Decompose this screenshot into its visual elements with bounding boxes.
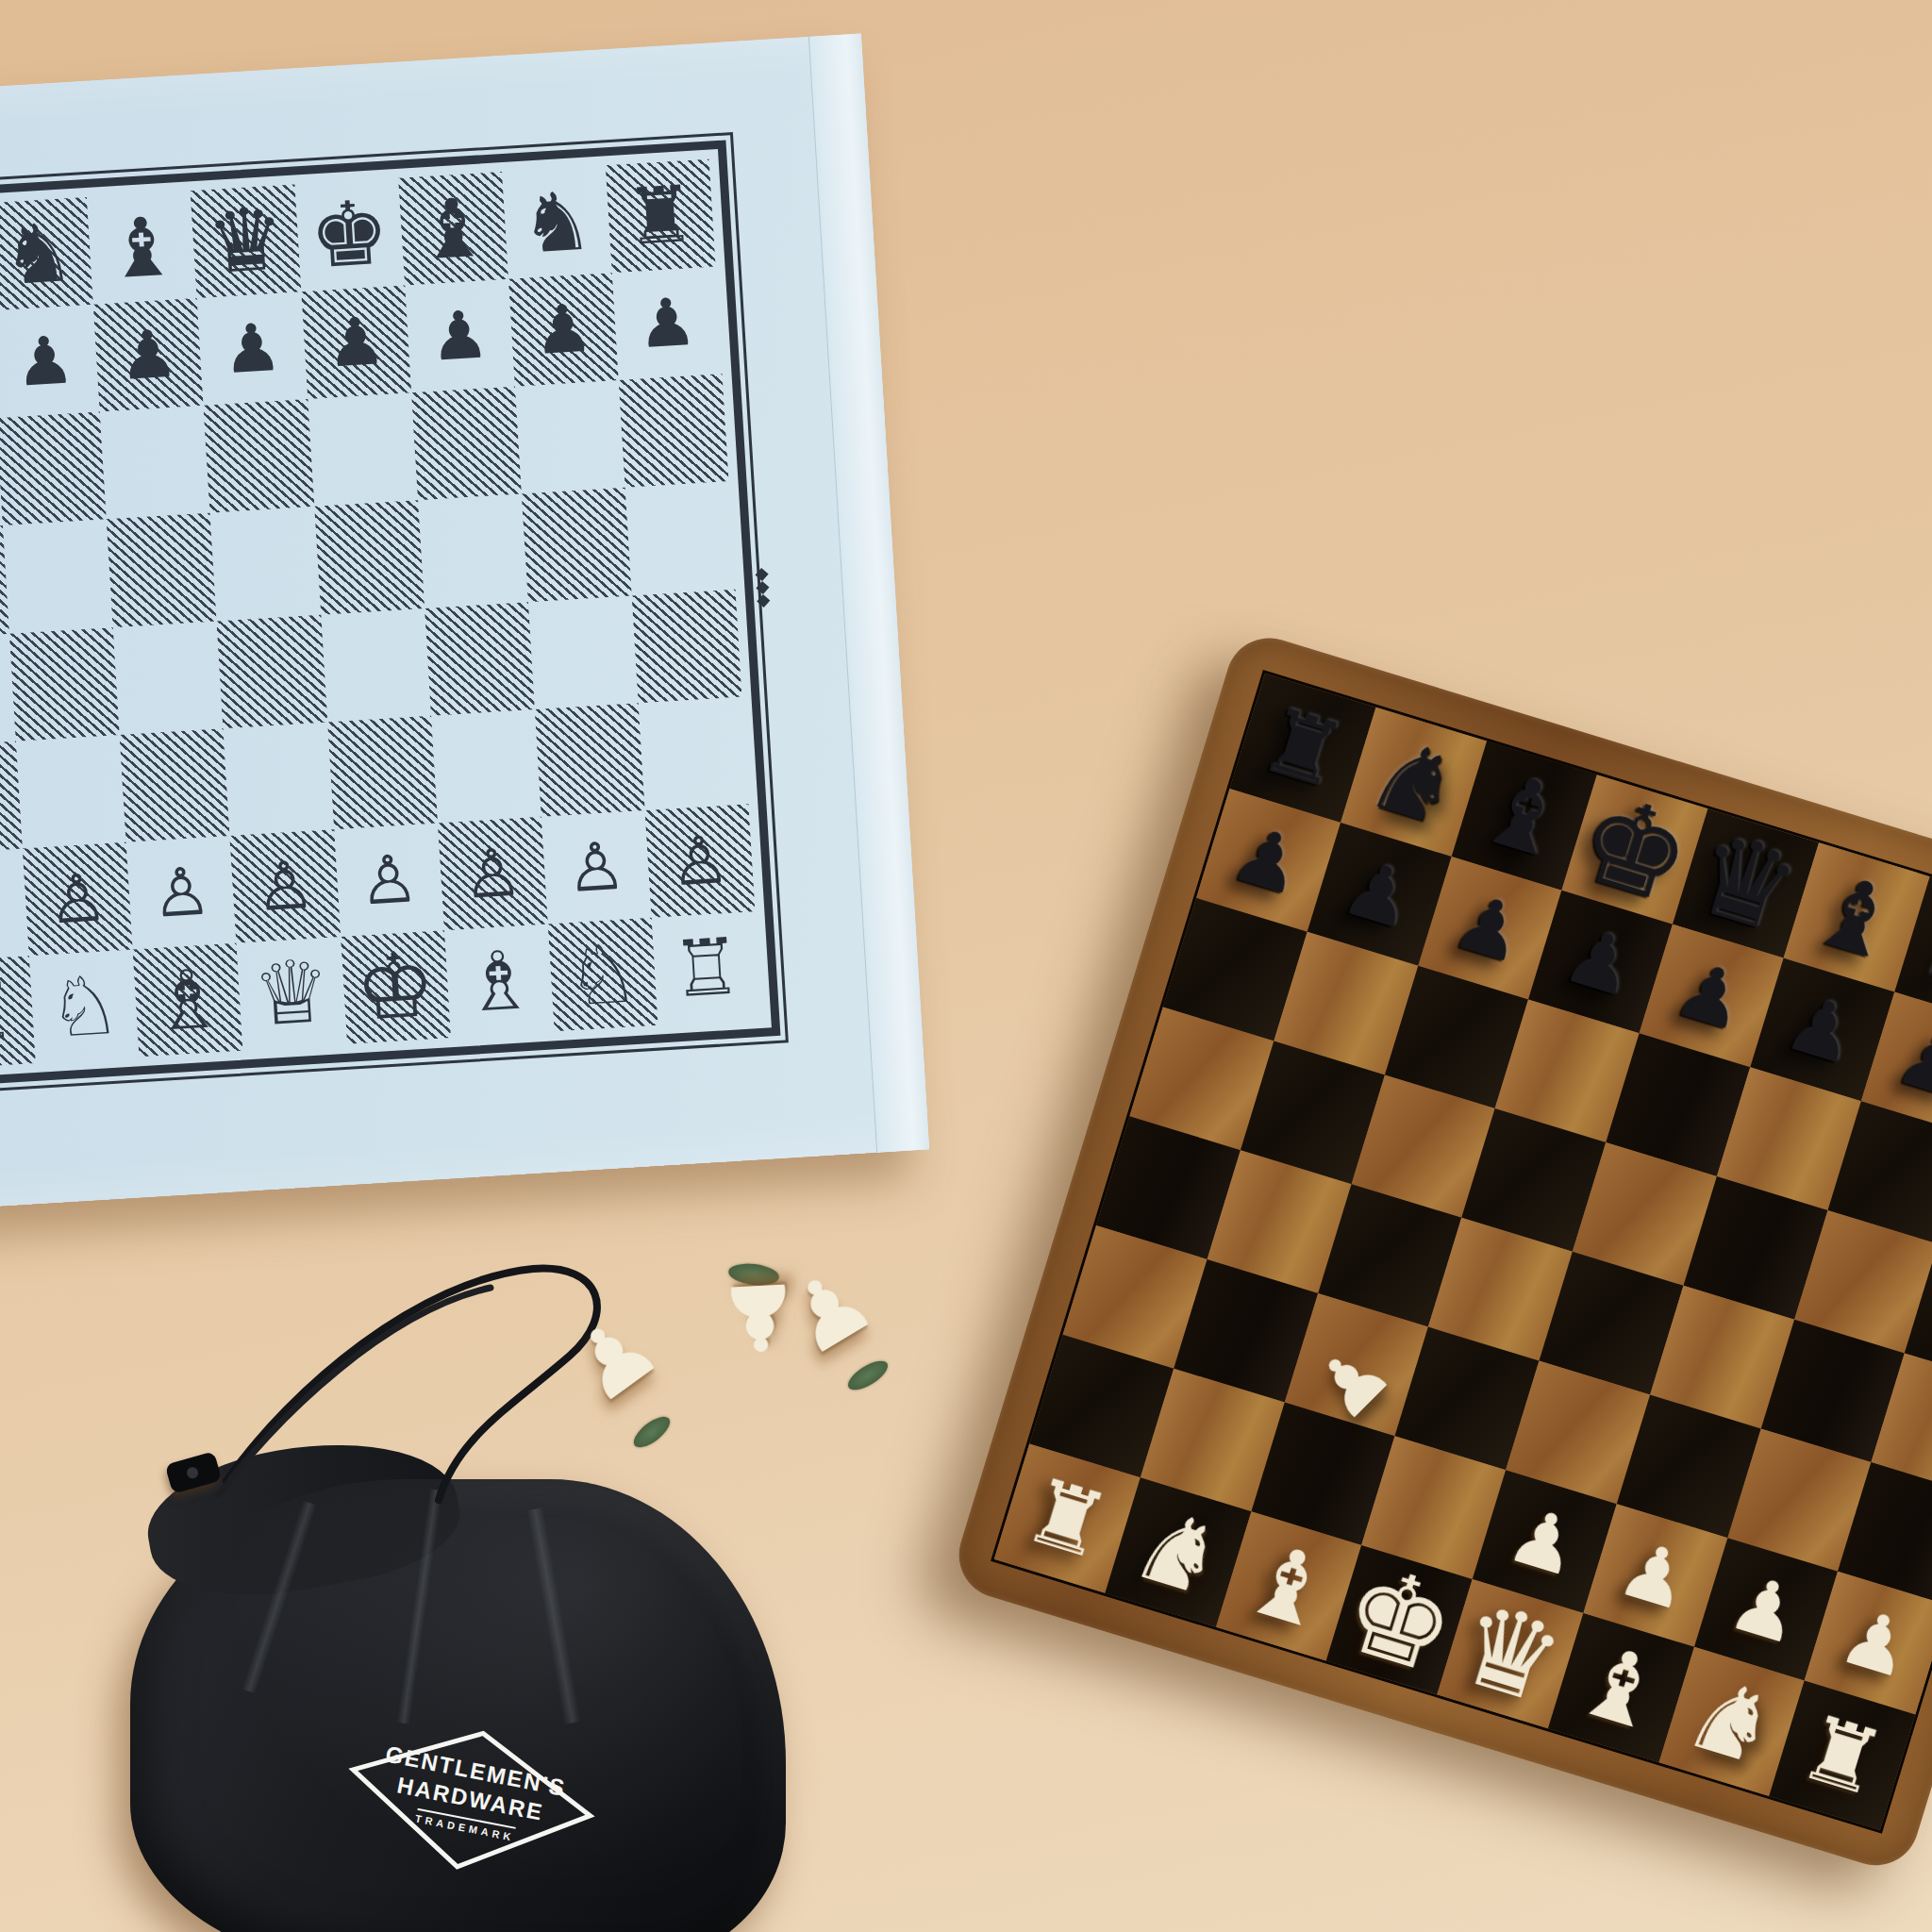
print-white-bishop: ♗ <box>149 958 226 1043</box>
pawn-felt-base <box>843 1356 891 1395</box>
print-square-h1: ♖ <box>651 911 761 1025</box>
print-square-f7: ♟ <box>405 279 515 393</box>
print-square-e7: ♟ <box>301 286 411 400</box>
print-white-pawn: ♙ <box>254 851 317 921</box>
print-square-f2: ♙ <box>438 817 548 931</box>
white-pawn-h2: ♟ <box>1832 1596 1921 1690</box>
print-white-king: ♔ <box>353 941 438 1034</box>
print-square-h3 <box>638 696 748 810</box>
print-square-f4 <box>425 602 535 716</box>
white-pawn-e2: ♟ <box>1500 1494 1589 1589</box>
print-square-f1: ♗ <box>444 924 555 1038</box>
print-square-d1: ♕ <box>237 937 347 1051</box>
print-white-pawn: ♙ <box>668 826 731 896</box>
print-white-pawn: ♙ <box>565 832 628 902</box>
print-black-queen: ♛ <box>204 195 287 287</box>
black-pawn-b7: ♟ <box>1335 847 1424 941</box>
print-white-pawn: ♙ <box>150 858 213 927</box>
print-square-c8: ♝ <box>87 191 197 305</box>
print-black-bishop: ♝ <box>103 205 180 291</box>
print-black-pawn: ♟ <box>117 321 180 391</box>
print-square-b1: ♘ <box>29 949 140 1063</box>
print-square-c6 <box>100 406 210 520</box>
print-square-c7: ♟ <box>93 298 204 412</box>
printed-board-frame: ♜♞♝♛♚♝♞♜♟♟♟♟♟♟♟♟♙♙♙♙♙♙♙♙♖♘♗♕♔♗♘♖ <box>0 141 780 1089</box>
print-white-rook: ♖ <box>0 972 18 1053</box>
black-pawn-d7: ♟ <box>1556 915 1644 1009</box>
print-square-c5 <box>107 513 217 627</box>
chess-set-box-lid: ♜♞♝♛♚♝♞♜♟♟♟♟♟♟♟♟♙♙♙♙♙♙♙♙♖♘♗♕♔♗♘♖ <box>0 34 929 1217</box>
print-black-rook: ♜ <box>624 175 697 257</box>
white-bishop-f1: ♝ <box>1564 1628 1677 1748</box>
black-rook-a8: ♜ <box>1251 693 1354 803</box>
print-black-pawn: ♟ <box>428 301 491 371</box>
printed-board-grid: ♜♞♝♛♚♝♞♜♟♟♟♟♟♟♟♟♙♙♙♙♙♙♙♙♖♘♗♕♔♗♘♖ <box>0 159 761 1070</box>
bag-fold <box>526 1507 581 1724</box>
print-square-e6 <box>308 393 418 508</box>
print-white-rook: ♖ <box>670 927 743 1008</box>
print-square-g7: ♟ <box>508 273 619 387</box>
white-rook-a1: ♜ <box>1016 1464 1119 1574</box>
wooden-chess-board: ♜♞♝♚♛♝♞♜♟♟♟♟♟♟♟♟♟♟♟♟♟♜♞♝♚♛♝♞♜ <box>948 627 1932 1876</box>
white-pawn-g2: ♟ <box>1722 1562 1810 1657</box>
print-square-f5 <box>418 494 528 608</box>
print-black-king: ♚ <box>307 189 391 282</box>
print-square-d6 <box>204 399 314 513</box>
border-diamond-ornament <box>757 570 768 607</box>
print-black-pawn: ♟ <box>636 289 699 358</box>
white-knight-b1: ♞ <box>1122 1492 1235 1612</box>
print-square-c1: ♗ <box>133 943 243 1058</box>
print-square-e4 <box>321 608 431 722</box>
black-bishop-c8: ♝ <box>1468 756 1581 875</box>
black-pawn-a7: ♟ <box>1224 813 1312 908</box>
print-white-pawn: ♙ <box>46 864 109 934</box>
print-white-knight: ♘ <box>564 932 641 1018</box>
print-square-b3 <box>16 735 126 849</box>
print-white-bishop: ♗ <box>460 939 538 1024</box>
print-square-e2: ♙ <box>334 823 444 937</box>
print-square-h8: ♜ <box>606 159 716 274</box>
print-square-d5 <box>210 507 321 621</box>
white-rook-h1: ♜ <box>1790 1701 1893 1810</box>
print-square-b2: ♙ <box>23 841 133 956</box>
print-square-h2: ♙ <box>644 804 755 918</box>
print-square-c3 <box>120 728 230 842</box>
print-black-knight: ♞ <box>518 179 595 265</box>
print-square-g2: ♙ <box>541 810 652 924</box>
print-square-d3 <box>224 722 334 836</box>
print-square-d2: ♙ <box>230 829 341 943</box>
print-square-e8: ♚ <box>294 178 405 292</box>
box-lid-side-face <box>808 34 929 1153</box>
white-knight-g1: ♞ <box>1675 1662 1789 1782</box>
black-knight-b8: ♞ <box>1357 722 1470 841</box>
print-square-b4 <box>9 627 120 741</box>
print-white-pawn: ♙ <box>0 871 6 941</box>
print-square-f6 <box>411 387 522 501</box>
print-square-g4 <box>528 595 639 709</box>
print-square-h5 <box>625 481 736 595</box>
print-square-h4 <box>632 589 742 703</box>
print-black-pawn: ♟ <box>13 326 76 396</box>
print-square-b8: ♞ <box>0 197 93 311</box>
print-square-d4 <box>217 614 327 728</box>
print-square-e5 <box>314 501 425 615</box>
print-black-pawn: ♟ <box>532 295 595 365</box>
print-black-bishop: ♝ <box>414 186 491 272</box>
scene-product-photo: { "game": "chess", "scene": { "descripti… <box>0 0 1932 1932</box>
print-square-f3 <box>431 709 541 824</box>
print-black-pawn: ♟ <box>221 314 284 384</box>
print-square-d7: ♟ <box>197 291 308 406</box>
print-square-b5 <box>3 520 113 634</box>
print-square-b7: ♟ <box>0 305 100 419</box>
print-square-g1: ♘ <box>547 918 658 1032</box>
print-white-queen: ♕ <box>250 948 333 1040</box>
black-pawn-f7: ♟ <box>1777 982 1866 1076</box>
black-bishop-f8: ♝ <box>1800 858 1913 977</box>
black-pawn-g7: ♟ <box>1889 1016 1932 1110</box>
print-square-h7: ♟ <box>612 267 723 381</box>
white-pawn-f2: ♟ <box>1610 1528 1699 1623</box>
print-square-g3 <box>535 703 645 817</box>
print-square-g6 <box>515 380 625 494</box>
black-pawn-c7: ♟ <box>1445 881 1534 975</box>
print-square-f8: ♝ <box>398 172 508 286</box>
black-pawn-e7: ♟ <box>1667 949 1756 1043</box>
print-square-e1: ♔ <box>341 930 451 1044</box>
print-square-d8: ♛ <box>191 185 301 299</box>
board-grid: ♜♞♝♚♛♝♞♜♟♟♟♟♟♟♟♟♟♟♟♟♟♜♞♝♚♛♝♞♜ <box>991 670 1932 1834</box>
print-square-e3 <box>327 715 438 829</box>
print-white-knight: ♘ <box>45 963 123 1049</box>
white-bishop-c1: ♝ <box>1232 1526 1345 1646</box>
print-black-knight: ♞ <box>0 211 77 297</box>
print-square-g8: ♞ <box>502 165 612 279</box>
print-white-pawn: ♙ <box>461 839 525 908</box>
print-square-h6 <box>619 374 729 488</box>
print-square-g5 <box>522 488 632 602</box>
print-square-b6 <box>0 412 107 526</box>
print-black-pawn: ♟ <box>325 308 388 377</box>
print-white-pawn: ♙ <box>358 845 421 915</box>
print-square-c2: ♙ <box>126 836 237 950</box>
print-square-c4 <box>113 621 224 735</box>
